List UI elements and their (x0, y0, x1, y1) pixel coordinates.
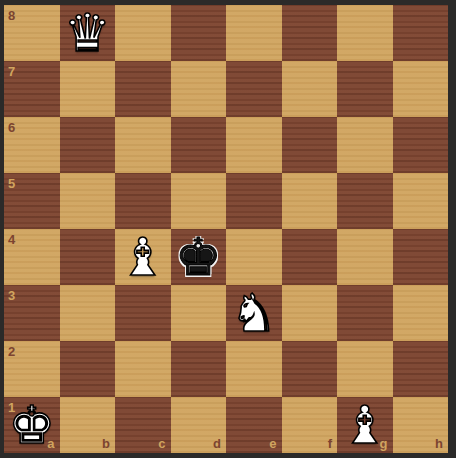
white-king[interactable]: ♚ (4, 397, 60, 453)
square-e7[interactable] (226, 61, 282, 117)
square-h4[interactable] (393, 229, 449, 285)
white-bishop[interactable]: ♝ (337, 397, 393, 453)
black-king[interactable]: ♚ (171, 229, 227, 285)
square-b3[interactable] (60, 285, 116, 341)
file-label-e: e (269, 436, 276, 451)
square-a3[interactable]: 3 (4, 285, 60, 341)
white-queen[interactable]: ♛ (60, 5, 116, 61)
square-d8[interactable] (171, 5, 227, 61)
square-g2[interactable] (337, 341, 393, 397)
square-a7[interactable]: 7 (4, 61, 60, 117)
square-b4[interactable] (60, 229, 116, 285)
white-bishop[interactable]: ♝ (115, 229, 171, 285)
square-e1[interactable]: e (226, 397, 282, 453)
square-g3[interactable] (337, 285, 393, 341)
square-f4[interactable] (282, 229, 338, 285)
square-d2[interactable] (171, 341, 227, 397)
square-c3[interactable] (115, 285, 171, 341)
square-f5[interactable] (282, 173, 338, 229)
square-b7[interactable] (60, 61, 116, 117)
square-f3[interactable] (282, 285, 338, 341)
file-label-c: c (158, 436, 165, 451)
square-c5[interactable] (115, 173, 171, 229)
square-b5[interactable] (60, 173, 116, 229)
square-c4[interactable]: ♝ (115, 229, 171, 285)
square-h2[interactable] (393, 341, 449, 397)
square-h3[interactable] (393, 285, 449, 341)
rank-label-2: 2 (8, 344, 15, 359)
rank-label-6: 6 (8, 120, 15, 135)
square-d3[interactable] (171, 285, 227, 341)
square-h6[interactable] (393, 117, 449, 173)
rank-label-4: 4 (8, 232, 15, 247)
square-c8[interactable] (115, 5, 171, 61)
square-d1[interactable]: d (171, 397, 227, 453)
square-f6[interactable] (282, 117, 338, 173)
file-label-f: f (328, 436, 332, 451)
square-b1[interactable]: b (60, 397, 116, 453)
rank-label-8: 8 (8, 8, 15, 23)
square-e3[interactable]: ♞ (226, 285, 282, 341)
square-e5[interactable] (226, 173, 282, 229)
square-e2[interactable] (226, 341, 282, 397)
rank-label-3: 3 (8, 288, 15, 303)
square-e4[interactable] (226, 229, 282, 285)
square-e8[interactable] (226, 5, 282, 61)
square-f1[interactable]: f (282, 397, 338, 453)
square-a6[interactable]: 6 (4, 117, 60, 173)
square-d7[interactable] (171, 61, 227, 117)
square-c2[interactable] (115, 341, 171, 397)
square-c6[interactable] (115, 117, 171, 173)
square-g5[interactable] (337, 173, 393, 229)
square-g8[interactable] (337, 5, 393, 61)
square-h5[interactable] (393, 173, 449, 229)
square-f7[interactable] (282, 61, 338, 117)
rank-label-7: 7 (8, 64, 15, 79)
square-d5[interactable] (171, 173, 227, 229)
chess-board: 8♛7654♝♚3♞21a♚bcdefg♝h (4, 5, 448, 453)
square-g4[interactable] (337, 229, 393, 285)
square-h8[interactable] (393, 5, 449, 61)
square-b8[interactable]: ♛ (60, 5, 116, 61)
square-g7[interactable] (337, 61, 393, 117)
file-label-d: d (213, 436, 221, 451)
square-a2[interactable]: 2 (4, 341, 60, 397)
square-e6[interactable] (226, 117, 282, 173)
square-c7[interactable] (115, 61, 171, 117)
square-b6[interactable] (60, 117, 116, 173)
square-g6[interactable] (337, 117, 393, 173)
square-h1[interactable]: h (393, 397, 449, 453)
file-label-b: b (102, 436, 110, 451)
square-d6[interactable] (171, 117, 227, 173)
square-f8[interactable] (282, 5, 338, 61)
square-c1[interactable]: c (115, 397, 171, 453)
square-h7[interactable] (393, 61, 449, 117)
square-f2[interactable] (282, 341, 338, 397)
square-d4[interactable]: ♚ (171, 229, 227, 285)
white-knight[interactable]: ♞ (226, 285, 282, 341)
square-a1[interactable]: 1a♚ (4, 397, 60, 453)
square-a4[interactable]: 4 (4, 229, 60, 285)
square-a8[interactable]: 8 (4, 5, 60, 61)
square-g1[interactable]: g♝ (337, 397, 393, 453)
rank-label-5: 5 (8, 176, 15, 191)
file-label-h: h (435, 436, 443, 451)
square-a5[interactable]: 5 (4, 173, 60, 229)
board-frame: 8♛7654♝♚3♞21a♚bcdefg♝h (0, 0, 456, 458)
square-b2[interactable] (60, 341, 116, 397)
